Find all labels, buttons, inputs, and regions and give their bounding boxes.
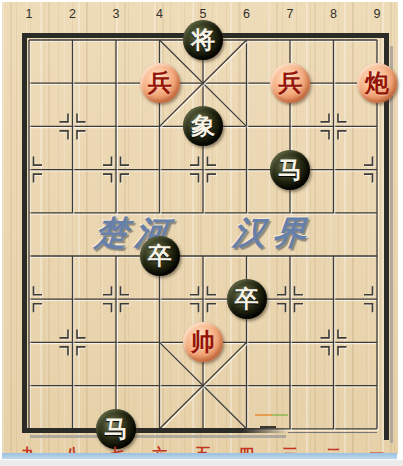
piece-red-soldier[interactable]: 兵: [140, 63, 180, 103]
top-file-label-6: 6: [237, 7, 257, 21]
top-file-label-7: 7: [280, 7, 300, 21]
piece-red-cannon[interactable]: 炮: [357, 63, 397, 103]
xiangqi-app-window: 123456789 楚河 汉界 将兵兵炮象马卒卒帅马 九八七六五四三二一: [0, 0, 403, 466]
river-label-han-jie: 汉界: [216, 212, 330, 254]
piece-red-soldier[interactable]: 兵: [270, 63, 310, 103]
board-grid[interactable]: [0, 0, 403, 466]
top-file-label-3: 3: [106, 7, 126, 21]
top-file-label-4: 4: [150, 7, 170, 21]
bottom-panel: [0, 459, 403, 466]
top-file-label-2: 2: [63, 7, 83, 21]
top-file-label-8: 8: [324, 7, 344, 21]
top-file-label-9: 9: [367, 7, 387, 21]
piece-black-soldier[interactable]: 卒: [140, 236, 180, 276]
piece-black-soldier[interactable]: 卒: [227, 279, 267, 319]
top-file-label-5: 5: [193, 7, 213, 21]
top-file-label-1: 1: [19, 7, 39, 21]
piece-black-horse[interactable]: 马: [270, 150, 310, 190]
piece-black-general[interactable]: 将: [183, 20, 223, 60]
piece-black-horse[interactable]: 马: [96, 409, 136, 449]
